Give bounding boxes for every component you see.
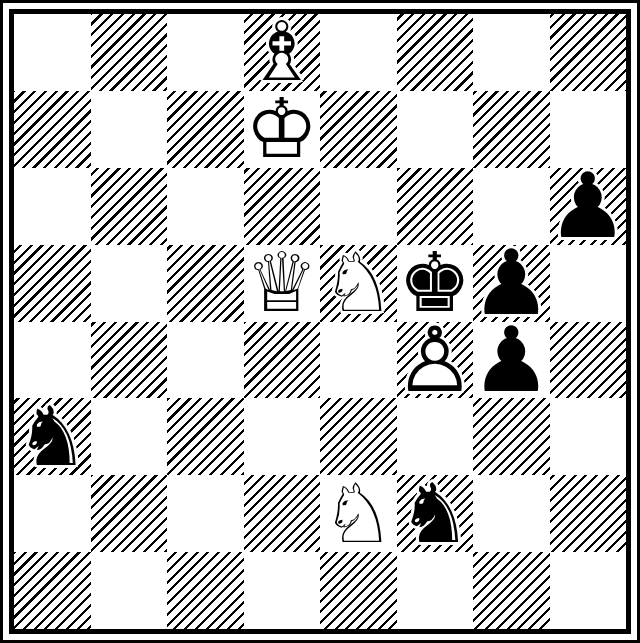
square-f8[interactable] [397,14,474,91]
square-a3[interactable]: ♞ [14,398,91,475]
black-knight-piece: ♞ [397,475,474,552]
black-pawn-fill-glyph: ♟ [550,168,627,245]
square-a4[interactable] [14,322,91,399]
board-inner-frame: ♝♗♚♔♟♛♕♞♘♚♟♟♙♟♞♞♘♞ [9,9,631,634]
square-e2[interactable]: ♞♘ [320,475,397,552]
square-a1[interactable] [14,552,91,629]
square-d4[interactable] [244,322,321,399]
square-h4[interactable] [550,322,627,399]
square-c6[interactable] [167,168,244,245]
chess-diagram: ♝♗♚♔♟♛♕♞♘♚♟♟♙♟♞♞♘♞ [0,0,640,643]
square-h1[interactable] [550,552,627,629]
square-c4[interactable] [167,322,244,399]
square-a5[interactable] [14,245,91,322]
square-a8[interactable] [14,14,91,91]
square-g2[interactable] [473,475,550,552]
square-d5[interactable]: ♛♕ [244,245,321,322]
square-f2[interactable]: ♞ [397,475,474,552]
square-e5[interactable]: ♞♘ [320,245,397,322]
square-a6[interactable] [14,168,91,245]
square-g8[interactable] [473,14,550,91]
white-knight-piece: ♞♘ [320,245,397,322]
square-g3[interactable] [473,398,550,475]
square-a2[interactable] [14,475,91,552]
white-bishop-outline-glyph: ♗ [244,14,321,91]
square-d3[interactable] [244,398,321,475]
square-c7[interactable] [167,91,244,168]
square-b8[interactable] [91,14,168,91]
square-f4[interactable]: ♟♙ [397,322,474,399]
square-d8[interactable]: ♝♗ [244,14,321,91]
black-knight-fill-glyph: ♞ [397,475,474,552]
white-queen-outline-glyph: ♕ [244,245,321,322]
square-h8[interactable] [550,14,627,91]
square-h3[interactable] [550,398,627,475]
square-e1[interactable] [320,552,397,629]
white-knight-outline-glyph: ♘ [320,475,397,552]
black-pawn-piece: ♟ [550,168,627,245]
black-pawn-piece: ♟ [473,322,550,399]
square-f3[interactable] [397,398,474,475]
white-knight-piece: ♞♘ [320,475,397,552]
chess-board: ♝♗♚♔♟♛♕♞♘♚♟♟♙♟♞♞♘♞ [14,14,626,629]
black-knight-piece: ♞ [14,398,91,475]
square-d7[interactable]: ♚♔ [244,91,321,168]
square-f1[interactable] [397,552,474,629]
square-c2[interactable] [167,475,244,552]
square-f7[interactable] [397,91,474,168]
square-b2[interactable] [91,475,168,552]
square-d1[interactable] [244,552,321,629]
square-g4[interactable]: ♟ [473,322,550,399]
square-e4[interactable] [320,322,397,399]
square-c3[interactable] [167,398,244,475]
white-queen-piece: ♛♕ [244,245,321,322]
square-b6[interactable] [91,168,168,245]
square-h5[interactable] [550,245,627,322]
white-knight-outline-glyph: ♘ [320,245,397,322]
white-pawn-piece: ♟♙ [397,322,474,399]
white-bishop-piece: ♝♗ [244,14,321,91]
square-b5[interactable] [91,245,168,322]
square-c5[interactable] [167,245,244,322]
board-outer-frame: ♝♗♚♔♟♛♕♞♘♚♟♟♙♟♞♞♘♞ [0,0,640,643]
black-pawn-fill-glyph: ♟ [473,322,550,399]
black-knight-fill-glyph: ♞ [14,398,91,475]
square-b7[interactable] [91,91,168,168]
white-king-piece: ♚♔ [244,91,321,168]
square-g7[interactable] [473,91,550,168]
square-e3[interactable] [320,398,397,475]
square-e6[interactable] [320,168,397,245]
square-g1[interactable] [473,552,550,629]
square-b1[interactable] [91,552,168,629]
square-f6[interactable] [397,168,474,245]
square-e8[interactable] [320,14,397,91]
square-b3[interactable] [91,398,168,475]
square-a7[interactable] [14,91,91,168]
square-h6[interactable]: ♟ [550,168,627,245]
square-c8[interactable] [167,14,244,91]
square-e7[interactable] [320,91,397,168]
square-d2[interactable] [244,475,321,552]
square-c1[interactable] [167,552,244,629]
square-b4[interactable] [91,322,168,399]
white-pawn-outline-glyph: ♙ [397,322,474,399]
white-king-outline-glyph: ♔ [244,91,321,168]
square-h2[interactable] [550,475,627,552]
square-d6[interactable] [244,168,321,245]
